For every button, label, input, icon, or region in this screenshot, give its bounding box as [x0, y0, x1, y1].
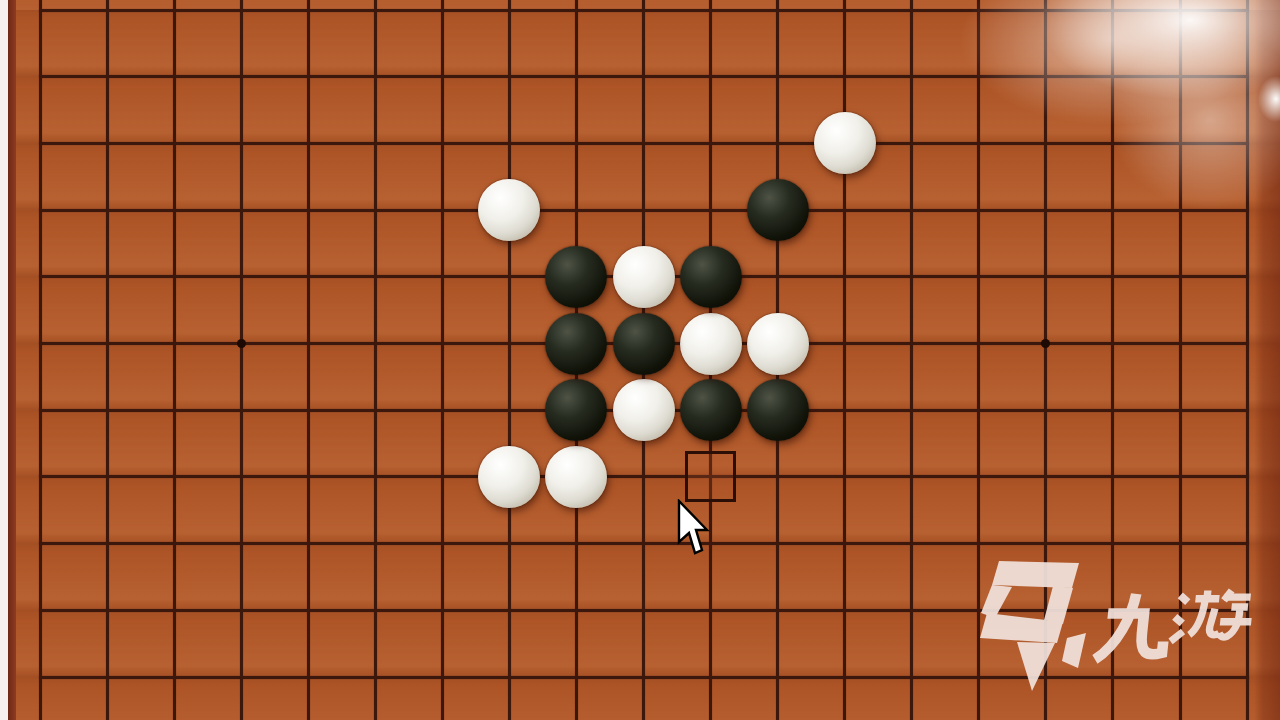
- goban-board[interactable]: 九游: [0, 0, 1280, 720]
- grid-line-vertical: [240, 0, 243, 720]
- grid-line-vertical: [173, 0, 176, 720]
- stone-black: [680, 246, 742, 308]
- 9game-logo-icon: [975, 558, 1265, 708]
- stone-black: [545, 313, 607, 375]
- stone-white: [613, 379, 675, 441]
- stone-white: [478, 179, 540, 241]
- board-left-edge-highlight: [0, 0, 8, 720]
- stone-black: [545, 246, 607, 308]
- watermark-9game: 九游: [975, 558, 1265, 708]
- grid-line-vertical: [1044, 0, 1047, 720]
- stone-white: [747, 313, 809, 375]
- glare-overlay: [960, 0, 1260, 125]
- stone-black: [545, 379, 607, 441]
- grid-line-vertical: [441, 0, 444, 720]
- stone-black: [747, 179, 809, 241]
- star-point: [237, 339, 246, 348]
- grid-line-vertical: [1111, 0, 1114, 720]
- board-right-edge-shadow: [1254, 0, 1280, 720]
- grid-line-vertical: [307, 0, 310, 720]
- stone-black: [680, 379, 742, 441]
- grid-line-vertical: [106, 0, 109, 720]
- star-point: [1041, 339, 1050, 348]
- grid-line-vertical: [977, 0, 980, 720]
- mouse-cursor: [677, 499, 711, 561]
- stone-black: [613, 313, 675, 375]
- grid-line-vertical: [843, 0, 846, 720]
- board-left-edge-shadow: [8, 0, 16, 720]
- grid-line-vertical: [1179, 0, 1182, 720]
- stone-white: [478, 446, 540, 508]
- grid-line-vertical: [1246, 0, 1249, 720]
- glare-overlay: [1040, 0, 1280, 100]
- grid-line-vertical: [508, 0, 511, 720]
- stone-black: [747, 379, 809, 441]
- watermark-text: 九游: [1083, 588, 1243, 682]
- hover-square-marker[interactable]: [685, 451, 736, 502]
- grid-line-vertical: [39, 0, 42, 720]
- stone-white: [814, 112, 876, 174]
- stone-white: [680, 313, 742, 375]
- stone-white: [613, 246, 675, 308]
- grid-line-vertical: [910, 0, 913, 720]
- stone-white: [545, 446, 607, 508]
- grid-line-vertical: [374, 0, 377, 720]
